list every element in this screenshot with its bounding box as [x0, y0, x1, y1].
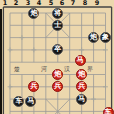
- xiangqi-board[interactable]: 123456789 楚河汉界 炮将士炮象卒马炮炮兵兵兵车马马车: [0, 0, 114, 114]
- piece-black-cannon[interactable]: 炮: [28, 8, 39, 19]
- column-label-2: 2: [14, 0, 19, 7]
- window-edge: [0, 9, 2, 114]
- column-label-1: 1: [3, 0, 8, 7]
- river-char: 界: [87, 64, 93, 73]
- column-label-7: 7: [71, 0, 76, 7]
- column-label-6: 6: [60, 0, 65, 7]
- river-char: 汉: [64, 64, 70, 73]
- piece-black-general[interactable]: 将: [52, 8, 63, 19]
- river-char: 河: [41, 64, 47, 73]
- piece-black-advisor[interactable]: 士: [52, 20, 63, 31]
- river-char: 楚: [14, 64, 20, 73]
- piece-red-chariot[interactable]: 车: [103, 107, 114, 114]
- column-label-9: 9: [95, 0, 100, 7]
- piece-red-horse[interactable]: 马: [75, 55, 86, 66]
- column-label-4: 4: [37, 0, 42, 7]
- column-label-8: 8: [83, 0, 88, 7]
- column-label-5: 5: [49, 0, 54, 7]
- column-label-3: 3: [26, 0, 31, 7]
- piece-black-horse[interactable]: 马: [76, 94, 87, 105]
